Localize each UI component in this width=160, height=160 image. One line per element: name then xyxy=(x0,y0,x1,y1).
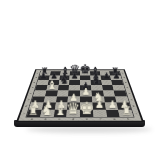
file-label-e: e xyxy=(80,118,94,121)
square-c1: ♝ xyxy=(53,109,67,117)
square-f1 xyxy=(93,109,107,117)
file-label-b: b xyxy=(38,118,52,121)
file-label-a: a xyxy=(25,118,40,121)
file-label-h: h xyxy=(121,118,136,121)
board-frame: ♜♝♛♚♝♜♟♟♟♟♟♟♟♞♞♝♟♟♟♞♟♟♟♟♟♟♜♞♝♛♚♜ abcdefg… xyxy=(16,69,144,122)
square-c2: ♟ xyxy=(54,103,67,110)
file-label-f: f xyxy=(94,118,108,121)
square-e1: ♚ xyxy=(80,109,93,117)
square-b2: ♟ xyxy=(42,103,56,110)
file-labels: abcdefgh xyxy=(25,118,136,121)
file-label-g: g xyxy=(107,118,121,121)
square-e2 xyxy=(80,103,93,110)
board-shadow xyxy=(26,126,152,133)
rank-label-2: 2 xyxy=(130,103,137,110)
file-label-d: d xyxy=(66,118,80,121)
square-b1: ♞ xyxy=(40,109,55,117)
square-h2: ♟ xyxy=(117,103,131,110)
square-g2: ♟ xyxy=(104,103,118,110)
chess-set-photo: ♜♝♛♚♝♜♟♟♟♟♟♟♟♞♞♝♟♟♟♞♟♟♟♟♟♟♜♞♝♛♚♜ abcdefg… xyxy=(0,0,160,160)
square-a1: ♜ xyxy=(27,109,42,117)
square-d2 xyxy=(67,103,80,110)
square-a2: ♟ xyxy=(29,103,43,110)
board-grid: ♜♝♛♚♝♜♟♟♟♟♟♟♟♞♞♝♟♟♟♞♟♟♟♟♟♟♜♞♝♛♚♜ xyxy=(25,71,134,118)
square-d1: ♛ xyxy=(67,109,80,117)
board-margin: ♜♝♛♚♝♜♟♟♟♟♟♟♟♞♞♝♟♟♟♞♟♟♟♟♟♟♜♞♝♛♚♜ abcdefg… xyxy=(18,70,141,121)
file-label-c: c xyxy=(52,118,66,121)
chess-board: ♜♝♛♚♝♜♟♟♟♟♟♟♟♞♞♝♟♟♟♞♟♟♟♟♟♟♜♞♝♛♚♜ abcdefg… xyxy=(16,69,144,122)
square-f2: ♟ xyxy=(92,103,105,110)
square-h1: ♜ xyxy=(118,109,133,117)
